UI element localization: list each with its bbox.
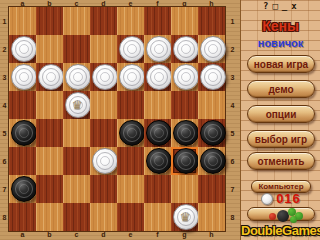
coord-label: 6	[0, 147, 9, 175]
square-f4[interactable]	[144, 91, 171, 119]
logo-text: DoubleGames	[241, 223, 320, 238]
coord-label: 7	[0, 175, 9, 203]
square-f3[interactable]	[144, 63, 171, 91]
king-crown-icon: ♛	[66, 93, 90, 117]
square-c7[interactable]	[63, 175, 90, 203]
coord-label: e	[117, 0, 144, 7]
checker-white[interactable]	[92, 64, 118, 90]
checkers-board: ♛♛	[9, 7, 225, 231]
square-a8[interactable]	[9, 203, 36, 231]
options-button[interactable]: опции	[247, 105, 315, 123]
square-h1[interactable]	[198, 7, 225, 35]
checker-black[interactable]	[173, 120, 199, 146]
square-h3[interactable]	[198, 63, 225, 91]
checker-white[interactable]	[173, 36, 199, 62]
checker-black[interactable]	[173, 148, 199, 174]
square-e1[interactable]	[117, 7, 144, 35]
square-g7[interactable]	[171, 175, 198, 203]
coord-label: 8	[225, 203, 240, 231]
checker-black[interactable]	[11, 176, 37, 202]
cherry-icon	[269, 213, 276, 220]
checker-white[interactable]	[65, 64, 91, 90]
square-b4[interactable]	[36, 91, 63, 119]
move-counter: 016	[241, 192, 320, 205]
checker-black[interactable]	[11, 120, 37, 146]
square-e6[interactable]	[117, 147, 144, 175]
checker-white[interactable]	[92, 148, 118, 174]
square-d5[interactable]	[90, 119, 117, 147]
checker-white[interactable]	[119, 64, 145, 90]
square-b6[interactable]	[36, 147, 63, 175]
coord-label: g	[171, 231, 198, 240]
square-e4[interactable]	[117, 91, 144, 119]
square-h5[interactable]	[198, 119, 225, 147]
checker-white-king[interactable]: ♛	[65, 92, 91, 118]
checker-white[interactable]	[146, 64, 172, 90]
game-window: abcdefgh abcdefgh 12345678 12345678 ♛♛ ?…	[0, 0, 320, 240]
square-a6[interactable]	[9, 147, 36, 175]
coord-label: 2	[225, 35, 240, 63]
square-h8[interactable]	[198, 203, 225, 231]
coord-label: h	[198, 231, 225, 240]
square-d1[interactable]	[90, 7, 117, 35]
clover-leaf-icon	[290, 216, 297, 223]
square-a4[interactable]	[9, 91, 36, 119]
coord-label: g	[171, 0, 198, 7]
square-g3[interactable]	[171, 63, 198, 91]
checker-white[interactable]	[38, 64, 64, 90]
square-a5[interactable]	[9, 119, 36, 147]
minimize-button[interactable]: _	[282, 1, 287, 11]
square-d8[interactable]	[90, 203, 117, 231]
checker-black[interactable]	[119, 120, 145, 146]
square-a1[interactable]	[9, 7, 36, 35]
coord-label: h	[198, 0, 225, 7]
game-title: Кены	[241, 18, 320, 34]
checker-white-king[interactable]: ♛	[173, 204, 199, 230]
square-h2[interactable]	[198, 35, 225, 63]
square-d2[interactable]	[90, 35, 117, 63]
coord-label: 1	[225, 7, 240, 35]
white-ball-icon	[261, 193, 273, 205]
coord-label: b	[36, 231, 63, 240]
coord-label: 8	[0, 203, 9, 231]
square-c3[interactable]	[63, 63, 90, 91]
coord-label: a	[9, 0, 36, 7]
file-labels-bottom: abcdefgh	[9, 231, 225, 240]
checker-black[interactable]	[146, 148, 172, 174]
square-g4[interactable]	[171, 91, 198, 119]
checker-white[interactable]	[11, 36, 37, 62]
coord-label: b	[36, 0, 63, 7]
square-g1[interactable]	[171, 7, 198, 35]
square-a2[interactable]	[9, 35, 36, 63]
new-game-button[interactable]: новая игра	[247, 55, 315, 73]
coord-label: 3	[225, 63, 240, 91]
checker-black[interactable]	[146, 120, 172, 146]
cancel-button[interactable]: отменить	[247, 152, 315, 170]
square-g2[interactable]	[171, 35, 198, 63]
coord-label: d	[90, 231, 117, 240]
coord-label: 6	[225, 147, 240, 175]
board-frame: abcdefgh abcdefgh 12345678 12345678 ♛♛	[0, 0, 240, 240]
coord-label: 4	[0, 91, 9, 119]
difficulty-label: новичок	[241, 37, 320, 49]
square-b1[interactable]	[36, 7, 63, 35]
square-d7[interactable]	[90, 175, 117, 203]
square-c2[interactable]	[63, 35, 90, 63]
rank-labels-left: 12345678	[0, 7, 9, 231]
sidebar: ? □ _ x Кены новичок новая игра демо опц…	[240, 0, 320, 240]
checker-white[interactable]	[119, 36, 145, 62]
square-b7[interactable]	[36, 175, 63, 203]
window-controls: ? □ _ x	[263, 1, 297, 11]
square-g6[interactable]	[171, 147, 198, 175]
square-b5[interactable]	[36, 119, 63, 147]
choose-game-button[interactable]: выбор игр	[247, 130, 315, 148]
demo-button[interactable]: демо	[247, 80, 315, 98]
checker-white[interactable]	[173, 64, 199, 90]
coord-label: 5	[0, 119, 9, 147]
square-c4[interactable]: ♛	[63, 91, 90, 119]
square-f5[interactable]	[144, 119, 171, 147]
coord-label: c	[63, 0, 90, 7]
checker-black[interactable]	[200, 148, 226, 174]
square-a3[interactable]	[9, 63, 36, 91]
square-d6[interactable]	[90, 147, 117, 175]
square-d4[interactable]	[90, 91, 117, 119]
square-f1[interactable]	[144, 7, 171, 35]
rank-labels-right: 12345678	[225, 7, 240, 231]
square-b3[interactable]	[36, 63, 63, 91]
square-b8[interactable]	[36, 203, 63, 231]
coord-label: f	[144, 0, 171, 7]
coord-label: 3	[0, 63, 9, 91]
square-h7[interactable]	[198, 175, 225, 203]
coord-label: 2	[0, 35, 9, 63]
file-labels-top: abcdefgh	[9, 0, 225, 7]
square-e7[interactable]	[117, 175, 144, 203]
square-c8[interactable]	[63, 203, 90, 231]
square-c1[interactable]	[63, 7, 90, 35]
square-g5[interactable]	[171, 119, 198, 147]
counter-digits: 016	[276, 191, 301, 206]
square-f2[interactable]	[144, 35, 171, 63]
coord-label: a	[9, 231, 36, 240]
doublegames-logo[interactable]: DoubleGames	[241, 221, 320, 239]
maximize-button[interactable]: □	[272, 1, 277, 11]
square-h4[interactable]	[198, 91, 225, 119]
square-c6[interactable]	[63, 147, 90, 175]
coord-label: c	[63, 231, 90, 240]
square-e5[interactable]	[117, 119, 144, 147]
square-f7[interactable]	[144, 175, 171, 203]
square-a7[interactable]	[9, 175, 36, 203]
king-crown-icon: ♛	[174, 205, 198, 229]
square-c5[interactable]	[63, 119, 90, 147]
square-e3[interactable]	[117, 63, 144, 91]
coord-label: 5	[225, 119, 240, 147]
square-f6[interactable]	[144, 147, 171, 175]
help-button[interactable]: ?	[263, 1, 268, 11]
square-e8[interactable]	[117, 203, 144, 231]
checker-black[interactable]	[200, 120, 226, 146]
coord-label: e	[117, 231, 144, 240]
square-f8[interactable]	[144, 203, 171, 231]
coord-label: 4	[225, 91, 240, 119]
checker-white[interactable]	[200, 64, 226, 90]
coord-label: f	[144, 231, 171, 240]
checker-white[interactable]	[11, 64, 37, 90]
square-e2[interactable]	[117, 35, 144, 63]
coord-label: d	[90, 0, 117, 7]
coord-label: 7	[225, 175, 240, 203]
square-d3[interactable]	[90, 63, 117, 91]
checker-white[interactable]	[146, 36, 172, 62]
square-g8[interactable]: ♛	[171, 203, 198, 231]
checker-white[interactable]	[200, 36, 226, 62]
square-b2[interactable]	[36, 35, 63, 63]
coord-label: 1	[0, 7, 9, 35]
close-button[interactable]: x	[291, 1, 296, 11]
square-h6[interactable]	[198, 147, 225, 175]
